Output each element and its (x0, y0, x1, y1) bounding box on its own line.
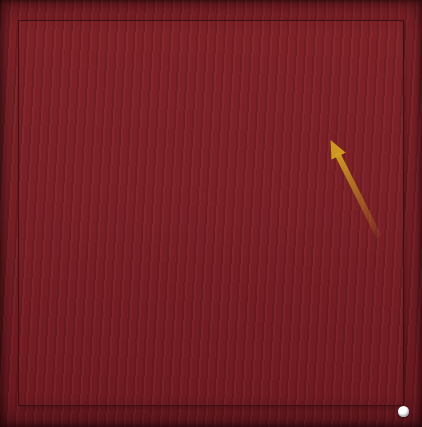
chess-board-frame (0, 0, 422, 427)
side-to-move-indicator (398, 406, 409, 417)
board (19, 21, 403, 405)
